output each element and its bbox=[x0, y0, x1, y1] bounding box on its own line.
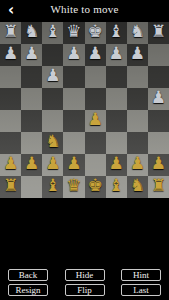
square-a2[interactable]: ♟ bbox=[0, 154, 21, 176]
square-e2[interactable] bbox=[85, 154, 106, 176]
square-c8[interactable]: ♝ bbox=[42, 22, 63, 44]
square-f6[interactable] bbox=[106, 66, 127, 88]
square-f4[interactable] bbox=[106, 110, 127, 132]
square-g2[interactable]: ♟ bbox=[127, 154, 148, 176]
black-rook-piece: ♜ bbox=[151, 23, 166, 40]
white-pawn-piece: ♟ bbox=[87, 111, 102, 128]
black-queen-piece: ♛ bbox=[66, 23, 81, 40]
square-g3[interactable] bbox=[127, 132, 148, 154]
square-d6[interactable] bbox=[63, 66, 84, 88]
square-d8[interactable]: ♛ bbox=[63, 22, 84, 44]
black-knight-piece: ♞ bbox=[24, 23, 39, 40]
white-pawn-piece: ♟ bbox=[109, 155, 124, 172]
square-f8[interactable]: ♝ bbox=[106, 22, 127, 44]
chess-board: ♜♞♝♛♚♝♞♜♟♟♟♟♟♟♟♟♟♞♟♟♟♟♟♟♟♜♝♛♚♝♞♜ bbox=[0, 22, 169, 198]
square-d4[interactable] bbox=[63, 110, 84, 132]
square-f3[interactable] bbox=[106, 132, 127, 154]
square-a5[interactable] bbox=[0, 88, 21, 110]
white-rook-piece: ♜ bbox=[151, 177, 166, 194]
square-e8[interactable]: ♚ bbox=[85, 22, 106, 44]
black-rook-piece: ♜ bbox=[3, 23, 18, 40]
white-bishop-piece: ♝ bbox=[45, 177, 60, 194]
white-queen-piece: ♛ bbox=[66, 177, 81, 194]
flip-button[interactable]: Flip bbox=[65, 284, 105, 296]
white-pawn-piece: ♟ bbox=[130, 155, 145, 172]
chess-app: ‹ White to move ♜♞♝♛♚♝♞♜♟♟♟♟♟♟♟♟♟♞♟♟♟♟♟♟… bbox=[0, 0, 169, 300]
hint-button[interactable]: Hint bbox=[121, 269, 161, 281]
square-e7[interactable]: ♟ bbox=[85, 44, 106, 66]
square-h6[interactable] bbox=[148, 66, 169, 88]
square-a1[interactable]: ♜ bbox=[0, 176, 21, 198]
square-h1[interactable]: ♜ bbox=[148, 176, 169, 198]
square-g6[interactable] bbox=[127, 66, 148, 88]
square-a7[interactable]: ♟ bbox=[0, 44, 21, 66]
square-b5[interactable] bbox=[21, 88, 42, 110]
square-c1[interactable]: ♝ bbox=[42, 176, 63, 198]
header-bar: ‹ White to move bbox=[0, 0, 169, 22]
square-b2[interactable]: ♟ bbox=[21, 154, 42, 176]
square-f2[interactable]: ♟ bbox=[106, 154, 127, 176]
white-knight-piece: ♞ bbox=[45, 133, 60, 150]
square-e5[interactable] bbox=[85, 88, 106, 110]
resign-button[interactable]: Resign bbox=[8, 284, 48, 296]
white-rook-piece: ♜ bbox=[3, 177, 18, 194]
black-bishop-piece: ♝ bbox=[109, 23, 124, 40]
square-h4[interactable] bbox=[148, 110, 169, 132]
white-pawn-piece: ♟ bbox=[24, 155, 39, 172]
square-h3[interactable] bbox=[148, 132, 169, 154]
square-g1[interactable]: ♞ bbox=[127, 176, 148, 198]
square-g7[interactable]: ♟ bbox=[127, 44, 148, 66]
square-a3[interactable] bbox=[0, 132, 21, 154]
square-c2[interactable]: ♟ bbox=[42, 154, 63, 176]
square-h7[interactable] bbox=[148, 44, 169, 66]
last-button[interactable]: Last bbox=[121, 284, 161, 296]
square-d2[interactable]: ♟ bbox=[63, 154, 84, 176]
square-c3[interactable]: ♞ bbox=[42, 132, 63, 154]
square-f7[interactable]: ♟ bbox=[106, 44, 127, 66]
square-g4[interactable] bbox=[127, 110, 148, 132]
toolbar-row-2: Resign Flip Last bbox=[0, 284, 169, 296]
black-pawn-piece: ♟ bbox=[66, 45, 81, 62]
square-e1[interactable]: ♚ bbox=[85, 176, 106, 198]
square-c6[interactable]: ♟ bbox=[42, 66, 63, 88]
square-d7[interactable]: ♟ bbox=[63, 44, 84, 66]
white-knight-piece: ♞ bbox=[130, 177, 145, 194]
white-pawn-piece: ♟ bbox=[45, 155, 60, 172]
black-bishop-piece: ♝ bbox=[45, 23, 60, 40]
back-button[interactable]: Back bbox=[8, 269, 48, 281]
square-h5[interactable]: ♟ bbox=[148, 88, 169, 110]
white-pawn-piece: ♟ bbox=[66, 155, 81, 172]
square-c4[interactable] bbox=[42, 110, 63, 132]
square-b6[interactable] bbox=[21, 66, 42, 88]
square-b7[interactable]: ♟ bbox=[21, 44, 42, 66]
white-pawn-piece: ♟ bbox=[3, 155, 18, 172]
black-pawn-piece: ♟ bbox=[87, 45, 102, 62]
square-c5[interactable] bbox=[42, 88, 63, 110]
black-pawn-piece: ♟ bbox=[130, 45, 145, 62]
black-pawn-piece: ♟ bbox=[45, 67, 60, 84]
square-f5[interactable] bbox=[106, 88, 127, 110]
black-king-piece: ♚ bbox=[87, 23, 102, 40]
square-a4[interactable] bbox=[0, 110, 21, 132]
square-b3[interactable] bbox=[21, 132, 42, 154]
status-title: White to move bbox=[0, 3, 169, 15]
square-b1[interactable] bbox=[21, 176, 42, 198]
square-e6[interactable] bbox=[85, 66, 106, 88]
square-c7[interactable] bbox=[42, 44, 63, 66]
black-pawn-piece: ♟ bbox=[24, 45, 39, 62]
white-pawn-piece: ♟ bbox=[151, 155, 166, 172]
toolbar-row-1: Back Hide Hint bbox=[0, 269, 169, 281]
square-d3[interactable] bbox=[63, 132, 84, 154]
square-e4[interactable]: ♟ bbox=[85, 110, 106, 132]
square-g8[interactable]: ♞ bbox=[127, 22, 148, 44]
hide-button[interactable]: Hide bbox=[65, 269, 105, 281]
square-b4[interactable] bbox=[21, 110, 42, 132]
square-g5[interactable] bbox=[127, 88, 148, 110]
square-d1[interactable]: ♛ bbox=[63, 176, 84, 198]
square-a8[interactable]: ♜ bbox=[0, 22, 21, 44]
black-pawn-piece: ♟ bbox=[151, 89, 166, 106]
square-d5[interactable] bbox=[63, 88, 84, 110]
toolbar: Back Hide Hint Resign Flip Last bbox=[0, 269, 169, 296]
square-b8[interactable]: ♞ bbox=[21, 22, 42, 44]
white-bishop-piece: ♝ bbox=[109, 177, 124, 194]
square-h8[interactable]: ♜ bbox=[148, 22, 169, 44]
square-h2[interactable]: ♟ bbox=[148, 154, 169, 176]
black-pawn-piece: ♟ bbox=[3, 45, 18, 62]
square-a6[interactable] bbox=[0, 66, 21, 88]
white-king-piece: ♚ bbox=[87, 177, 102, 194]
square-f1[interactable]: ♝ bbox=[106, 176, 127, 198]
black-pawn-piece: ♟ bbox=[109, 45, 124, 62]
black-knight-piece: ♞ bbox=[130, 23, 145, 40]
square-e3[interactable] bbox=[85, 132, 106, 154]
